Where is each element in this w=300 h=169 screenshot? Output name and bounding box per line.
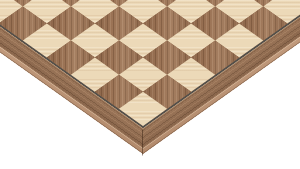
frame-miter-joint bbox=[142, 130, 143, 156]
board-frame bbox=[0, 0, 300, 148]
board-photo bbox=[0, 0, 300, 169]
chess-board bbox=[0, 0, 300, 154]
